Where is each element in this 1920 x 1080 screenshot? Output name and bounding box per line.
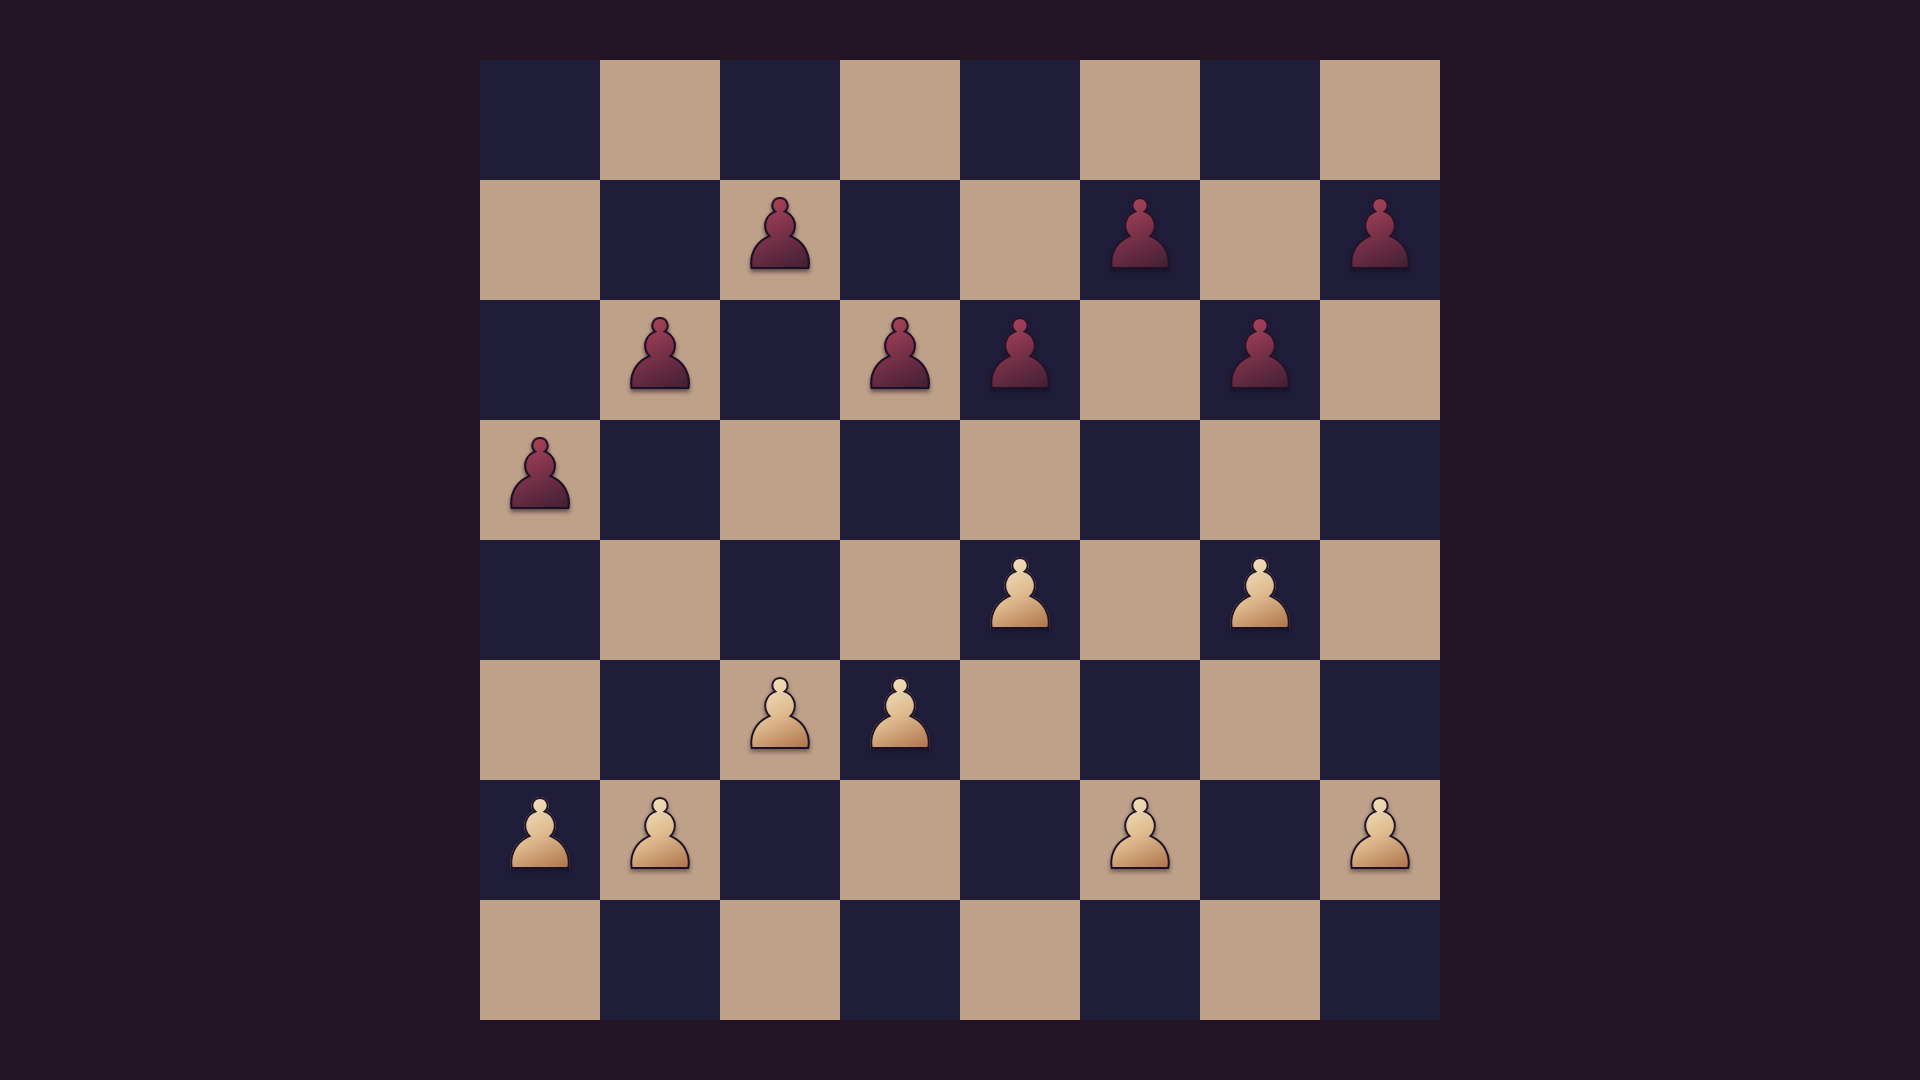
black-pawn-c7[interactable]: ♟ [737, 187, 823, 283]
square-b7[interactable] [600, 180, 720, 300]
white-pawn-h2[interactable]: ♟ [1337, 787, 1423, 883]
white-pawn-g4[interactable]: ♟ [1217, 547, 1303, 643]
black-pawn-e6[interactable]: ♟ [977, 307, 1063, 403]
square-b3[interactable] [600, 660, 720, 780]
white-pawn-b2[interactable]: ♟ [617, 787, 703, 883]
square-d6[interactable]: ♟ [840, 300, 960, 420]
square-b8[interactable] [600, 60, 720, 180]
square-f2[interactable]: ♟ [1080, 780, 1200, 900]
square-g3[interactable] [1200, 660, 1320, 780]
black-pawn-g6[interactable]: ♟ [1217, 307, 1303, 403]
square-a8[interactable] [480, 60, 600, 180]
square-c3[interactable]: ♟ [720, 660, 840, 780]
square-e4[interactable]: ♟ [960, 540, 1080, 660]
square-g7[interactable] [1200, 180, 1320, 300]
square-f4[interactable] [1080, 540, 1200, 660]
square-b2[interactable]: ♟ [600, 780, 720, 900]
white-pawn-e4[interactable]: ♟ [977, 547, 1063, 643]
square-c7[interactable]: ♟ [720, 180, 840, 300]
square-f5[interactable] [1080, 420, 1200, 540]
square-e1[interactable] [960, 900, 1080, 1020]
square-h7[interactable]: ♟ [1320, 180, 1440, 300]
white-pawn-d3[interactable]: ♟ [857, 667, 943, 763]
square-b1[interactable] [600, 900, 720, 1020]
black-pawn-b6[interactable]: ♟ [617, 307, 703, 403]
square-b4[interactable] [600, 540, 720, 660]
white-pawn-a2[interactable]: ♟ [497, 787, 583, 883]
square-a2[interactable]: ♟ [480, 780, 600, 900]
square-e5[interactable] [960, 420, 1080, 540]
square-e3[interactable] [960, 660, 1080, 780]
square-d7[interactable] [840, 180, 960, 300]
white-pawn-c3[interactable]: ♟ [737, 667, 823, 763]
square-d3[interactable]: ♟ [840, 660, 960, 780]
square-c4[interactable] [720, 540, 840, 660]
black-pawn-h7[interactable]: ♟ [1337, 187, 1423, 283]
square-f7[interactable]: ♟ [1080, 180, 1200, 300]
black-pawn-a5[interactable]: ♟ [497, 427, 583, 523]
square-d8[interactable] [840, 60, 960, 180]
square-f1[interactable] [1080, 900, 1200, 1020]
square-g1[interactable] [1200, 900, 1320, 1020]
square-a6[interactable] [480, 300, 600, 420]
black-pawn-d6[interactable]: ♟ [857, 307, 943, 403]
square-g4[interactable]: ♟ [1200, 540, 1320, 660]
square-c5[interactable] [720, 420, 840, 540]
square-h5[interactable] [1320, 420, 1440, 540]
square-h8[interactable] [1320, 60, 1440, 180]
square-a5[interactable]: ♟ [480, 420, 600, 540]
square-e2[interactable] [960, 780, 1080, 900]
square-g6[interactable]: ♟ [1200, 300, 1320, 420]
square-c6[interactable] [720, 300, 840, 420]
square-f8[interactable] [1080, 60, 1200, 180]
square-e6[interactable]: ♟ [960, 300, 1080, 420]
square-f6[interactable] [1080, 300, 1200, 420]
square-g2[interactable] [1200, 780, 1320, 900]
square-h1[interactable] [1320, 900, 1440, 1020]
square-c1[interactable] [720, 900, 840, 1020]
square-h3[interactable] [1320, 660, 1440, 780]
square-g5[interactable] [1200, 420, 1320, 540]
square-a7[interactable] [480, 180, 600, 300]
square-e7[interactable] [960, 180, 1080, 300]
square-f3[interactable] [1080, 660, 1200, 780]
chess-board: ♟♟♟♟♟♟♟♟♟♟♟♟♟♟♟♟ [480, 60, 1440, 1020]
square-a3[interactable] [480, 660, 600, 780]
square-a4[interactable] [480, 540, 600, 660]
square-g8[interactable] [1200, 60, 1320, 180]
square-h6[interactable] [1320, 300, 1440, 420]
game-background: ♟♟♟♟♟♟♟♟♟♟♟♟♟♟♟♟ [0, 0, 1920, 1080]
square-d5[interactable] [840, 420, 960, 540]
square-c2[interactable] [720, 780, 840, 900]
square-h4[interactable] [1320, 540, 1440, 660]
square-b5[interactable] [600, 420, 720, 540]
square-a1[interactable] [480, 900, 600, 1020]
square-d4[interactable] [840, 540, 960, 660]
black-pawn-f7[interactable]: ♟ [1097, 187, 1183, 283]
square-d2[interactable] [840, 780, 960, 900]
square-e8[interactable] [960, 60, 1080, 180]
white-pawn-f2[interactable]: ♟ [1097, 787, 1183, 883]
square-b6[interactable]: ♟ [600, 300, 720, 420]
square-d1[interactable] [840, 900, 960, 1020]
square-c8[interactable] [720, 60, 840, 180]
square-h2[interactable]: ♟ [1320, 780, 1440, 900]
